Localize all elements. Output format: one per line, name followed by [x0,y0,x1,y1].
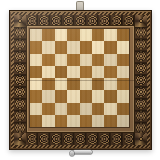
square-e2[interactable] [80,103,92,115]
square-e6[interactable] [80,54,92,66]
square-a1[interactable] [30,115,42,127]
chess-board [30,29,129,127]
clasp-latch-loop [70,151,74,156]
square-h2[interactable] [117,103,129,115]
square-h5[interactable] [117,66,129,78]
square-c1[interactable] [55,115,67,127]
clasp-latch [73,150,92,154]
chess-board-box [9,10,152,150]
square-f5[interactable] [92,66,104,78]
square-c3[interactable] [55,90,67,102]
square-d6[interactable] [67,54,79,66]
square-g3[interactable] [104,90,116,102]
corner-scroll-ornament [14,15,26,27]
square-a8[interactable] [30,29,42,41]
square-c2[interactable] [55,103,67,115]
square-d5[interactable] [67,66,79,78]
square-g8[interactable] [104,29,116,41]
square-e1[interactable] [80,115,92,127]
square-f1[interactable] [92,115,104,127]
square-c6[interactable] [55,54,67,66]
square-f3[interactable] [92,90,104,102]
square-a3[interactable] [30,90,42,102]
square-g5[interactable] [104,66,116,78]
corner-scroll-ornament [14,133,26,145]
square-b1[interactable] [42,115,54,127]
square-d2[interactable] [67,103,79,115]
square-e7[interactable] [80,41,92,53]
square-f6[interactable] [92,54,104,66]
square-c7[interactable] [55,41,67,53]
square-a5[interactable] [30,66,42,78]
square-e8[interactable] [80,29,92,41]
square-b3[interactable] [42,90,54,102]
square-b8[interactable] [42,29,54,41]
square-h7[interactable] [117,41,129,53]
square-g2[interactable] [104,103,116,115]
square-c8[interactable] [55,29,67,41]
square-f8[interactable] [92,29,104,41]
square-b5[interactable] [42,66,54,78]
square-d7[interactable] [67,41,79,53]
square-c5[interactable] [55,66,67,78]
square-h1[interactable] [117,115,129,127]
square-g1[interactable] [104,115,116,127]
square-e5[interactable] [80,66,92,78]
square-g7[interactable] [104,41,116,53]
square-h8[interactable] [117,29,129,41]
fold-seam [10,80,151,81]
square-b2[interactable] [42,103,54,115]
square-b7[interactable] [42,41,54,53]
square-a6[interactable] [30,54,42,66]
square-d8[interactable] [67,29,79,41]
corner-scroll-ornament [135,133,147,145]
square-a2[interactable] [30,103,42,115]
square-h6[interactable] [117,54,129,66]
square-f2[interactable] [92,103,104,115]
photo-background [0,0,160,160]
corner-scroll-ornament [135,15,147,27]
square-h3[interactable] [117,90,129,102]
square-e3[interactable] [80,90,92,102]
square-f7[interactable] [92,41,104,53]
square-d1[interactable] [67,115,79,127]
square-d3[interactable] [67,90,79,102]
carved-medallion-band-bottom [26,133,135,145]
square-g6[interactable] [104,54,116,66]
square-a7[interactable] [30,41,42,53]
square-b6[interactable] [42,54,54,66]
